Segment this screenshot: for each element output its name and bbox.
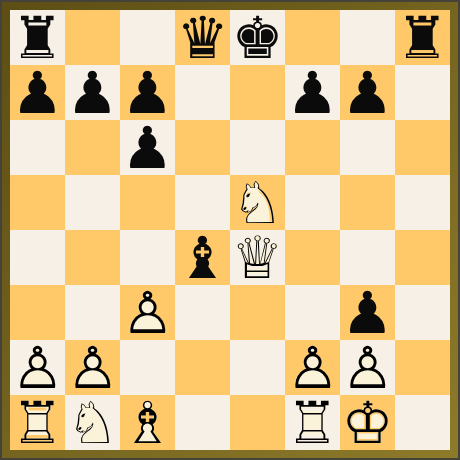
square-a1[interactable]: ♜♖: [10, 395, 65, 450]
square-e6[interactable]: [230, 120, 285, 175]
square-d1[interactable]: [175, 395, 230, 450]
square-g5[interactable]: [340, 175, 395, 230]
square-c5[interactable]: [120, 175, 175, 230]
piece-black-pawn[interactable]: ♟: [10, 65, 65, 120]
square-b4[interactable]: [65, 230, 120, 285]
square-a4[interactable]: [10, 230, 65, 285]
piece-white-knight-fill: ♞: [230, 175, 285, 230]
square-d2[interactable]: [175, 340, 230, 395]
square-c2[interactable]: [120, 340, 175, 395]
piece-white-king[interactable]: ♔: [340, 395, 395, 450]
square-h4[interactable]: [395, 230, 450, 285]
piece-white-pawn[interactable]: ♙: [285, 340, 340, 395]
square-g3[interactable]: ♟: [340, 285, 395, 340]
square-c7[interactable]: ♟: [120, 65, 175, 120]
square-g2[interactable]: ♟♙: [340, 340, 395, 395]
piece-white-pawn-fill: ♟: [10, 340, 65, 395]
piece-white-pawn[interactable]: ♙: [65, 340, 120, 395]
square-a5[interactable]: [10, 175, 65, 230]
square-h8[interactable]: ♜: [395, 10, 450, 65]
piece-white-rook[interactable]: ♖: [285, 395, 340, 450]
square-g4[interactable]: [340, 230, 395, 285]
piece-white-rook[interactable]: ♖: [10, 395, 65, 450]
piece-white-bishop-fill: ♝: [120, 395, 175, 450]
square-f7[interactable]: ♟: [285, 65, 340, 120]
piece-white-pawn-fill: ♟: [285, 340, 340, 395]
piece-black-pawn[interactable]: ♟: [340, 65, 395, 120]
square-h1[interactable]: [395, 395, 450, 450]
square-a3[interactable]: [10, 285, 65, 340]
board-frame: ♜♛♚♜♟♟♟♟♟♟♞♘♝♛♕♟♙♟♟♙♟♙♟♙♟♙♜♖♞♘♝♗♜♖♚♔: [0, 0, 460, 460]
chess-board: ♜♛♚♜♟♟♟♟♟♟♞♘♝♛♕♟♙♟♟♙♟♙♟♙♟♙♜♖♞♘♝♗♜♖♚♔: [10, 10, 450, 450]
piece-black-rook[interactable]: ♜: [395, 10, 450, 65]
piece-white-queen[interactable]: ♕: [230, 230, 285, 285]
square-e2[interactable]: [230, 340, 285, 395]
square-f6[interactable]: [285, 120, 340, 175]
square-f1[interactable]: ♜♖: [285, 395, 340, 450]
piece-white-pawn-fill: ♟: [120, 285, 175, 340]
piece-white-queen-fill: ♛: [230, 230, 285, 285]
square-c1[interactable]: ♝♗: [120, 395, 175, 450]
square-f8[interactable]: [285, 10, 340, 65]
piece-black-pawn[interactable]: ♟: [65, 65, 120, 120]
piece-black-pawn[interactable]: ♟: [340, 285, 395, 340]
square-b3[interactable]: [65, 285, 120, 340]
square-d5[interactable]: [175, 175, 230, 230]
square-h3[interactable]: [395, 285, 450, 340]
piece-white-pawn-fill: ♟: [65, 340, 120, 395]
piece-black-pawn[interactable]: ♟: [285, 65, 340, 120]
square-g1[interactable]: ♚♔: [340, 395, 395, 450]
piece-black-queen[interactable]: ♛: [175, 10, 230, 65]
square-g8[interactable]: [340, 10, 395, 65]
square-f5[interactable]: [285, 175, 340, 230]
square-b2[interactable]: ♟♙: [65, 340, 120, 395]
piece-white-pawn[interactable]: ♙: [340, 340, 395, 395]
square-g6[interactable]: [340, 120, 395, 175]
square-e1[interactable]: [230, 395, 285, 450]
square-f4[interactable]: [285, 230, 340, 285]
square-d8[interactable]: ♛: [175, 10, 230, 65]
piece-white-bishop[interactable]: ♗: [120, 395, 175, 450]
square-h7[interactable]: [395, 65, 450, 120]
square-b5[interactable]: [65, 175, 120, 230]
piece-white-pawn-fill: ♟: [340, 340, 395, 395]
piece-white-rook-fill: ♜: [285, 395, 340, 450]
square-e4[interactable]: ♛♕: [230, 230, 285, 285]
square-d6[interactable]: [175, 120, 230, 175]
square-e3[interactable]: [230, 285, 285, 340]
piece-white-king-fill: ♚: [340, 395, 395, 450]
square-e5[interactable]: ♞♘: [230, 175, 285, 230]
square-b6[interactable]: [65, 120, 120, 175]
square-b1[interactable]: ♞♘: [65, 395, 120, 450]
piece-black-pawn[interactable]: ♟: [120, 65, 175, 120]
piece-white-knight-fill: ♞: [65, 395, 120, 450]
square-b7[interactable]: ♟: [65, 65, 120, 120]
square-g7[interactable]: ♟: [340, 65, 395, 120]
square-a8[interactable]: ♜: [10, 10, 65, 65]
piece-black-pawn[interactable]: ♟: [120, 120, 175, 175]
piece-white-knight[interactable]: ♘: [65, 395, 120, 450]
square-d4[interactable]: ♝: [175, 230, 230, 285]
piece-white-pawn[interactable]: ♙: [10, 340, 65, 395]
square-c8[interactable]: [120, 10, 175, 65]
piece-black-bishop[interactable]: ♝: [175, 230, 230, 285]
square-h2[interactable]: [395, 340, 450, 395]
square-c4[interactable]: [120, 230, 175, 285]
piece-white-pawn[interactable]: ♙: [120, 285, 175, 340]
square-a6[interactable]: [10, 120, 65, 175]
square-b8[interactable]: [65, 10, 120, 65]
piece-black-king[interactable]: ♚: [230, 10, 285, 65]
square-a7[interactable]: ♟: [10, 65, 65, 120]
square-c6[interactable]: ♟: [120, 120, 175, 175]
square-f3[interactable]: [285, 285, 340, 340]
square-f2[interactable]: ♟♙: [285, 340, 340, 395]
square-h5[interactable]: [395, 175, 450, 230]
piece-white-knight[interactable]: ♘: [230, 175, 285, 230]
square-h6[interactable]: [395, 120, 450, 175]
square-e7[interactable]: [230, 65, 285, 120]
square-a2[interactable]: ♟♙: [10, 340, 65, 395]
square-c3[interactable]: ♟♙: [120, 285, 175, 340]
piece-white-rook-fill: ♜: [10, 395, 65, 450]
square-d7[interactable]: [175, 65, 230, 120]
piece-black-rook[interactable]: ♜: [10, 10, 65, 65]
square-d3[interactable]: [175, 285, 230, 340]
square-e8[interactable]: ♚: [230, 10, 285, 65]
